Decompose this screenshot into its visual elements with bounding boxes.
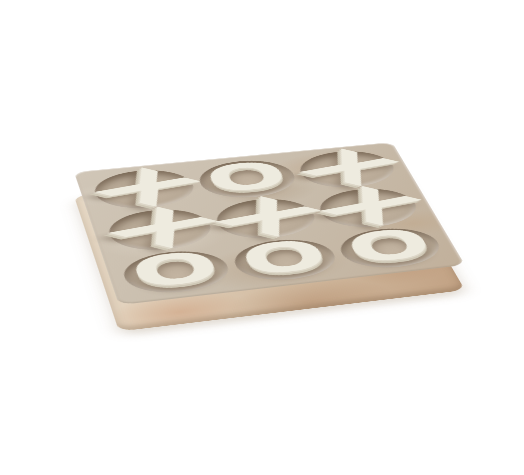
piece-o: O	[125, 246, 226, 295]
recess: O	[333, 224, 449, 272]
cell-r3c2: O	[223, 234, 347, 286]
cell-r3c3: O	[329, 223, 452, 274]
cell-r3c1: O	[114, 245, 239, 299]
recess: O	[118, 247, 235, 298]
piece-o: O	[339, 223, 440, 270]
product-photo: X O X X X	[0, 0, 524, 475]
recess: O	[227, 235, 344, 284]
piece-o: O	[234, 234, 335, 282]
